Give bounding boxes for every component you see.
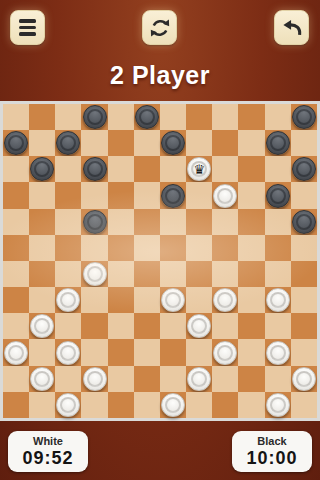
board-square[interactable]: [265, 392, 291, 418]
board-square[interactable]: [265, 209, 291, 235]
white-man[interactable]: [56, 393, 80, 417]
board-square[interactable]: [160, 182, 186, 208]
board-square[interactable]: [134, 104, 160, 130]
board-square[interactable]: [186, 313, 212, 339]
white-man[interactable]: [56, 341, 80, 365]
board-square[interactable]: [160, 209, 186, 235]
board-square[interactable]: [29, 366, 55, 392]
board-square[interactable]: [291, 313, 317, 339]
board-square[interactable]: [81, 339, 107, 365]
black-clock-time: 10:00: [232, 448, 312, 469]
board-square[interactable]: [265, 261, 291, 287]
board-square[interactable]: [212, 366, 238, 392]
board-square[interactable]: [3, 235, 29, 261]
board-square[interactable]: [186, 104, 212, 130]
board-square[interactable]: [3, 392, 29, 418]
board-square[interactable]: [212, 235, 238, 261]
board-square[interactable]: [238, 156, 264, 182]
board-square[interactable]: [186, 209, 212, 235]
board-square[interactable]: [134, 392, 160, 418]
board-square[interactable]: [291, 182, 317, 208]
black-man[interactable]: [56, 131, 80, 155]
board: ♛: [3, 104, 317, 418]
board-square[interactable]: [212, 313, 238, 339]
board-square[interactable]: [3, 130, 29, 156]
board-square[interactable]: [81, 235, 107, 261]
board-square[interactable]: [108, 366, 134, 392]
black-man[interactable]: [135, 105, 159, 129]
board-square[interactable]: [55, 366, 81, 392]
white-man[interactable]: [56, 288, 80, 312]
board-square[interactable]: [29, 261, 55, 287]
board-square[interactable]: [55, 235, 81, 261]
undo-arrow-icon: [281, 17, 303, 39]
board-square[interactable]: [81, 156, 107, 182]
black-man[interactable]: [292, 157, 316, 181]
board-square[interactable]: [238, 261, 264, 287]
board-square[interactable]: [291, 366, 317, 392]
board-square[interactable]: [212, 104, 238, 130]
board-square[interactable]: [265, 339, 291, 365]
board-square[interactable]: [291, 156, 317, 182]
board-square[interactable]: [108, 339, 134, 365]
restart-button[interactable]: [142, 10, 177, 45]
black-man[interactable]: [30, 157, 54, 181]
board-square[interactable]: [3, 182, 29, 208]
board-square[interactable]: [81, 104, 107, 130]
board-square[interactable]: [238, 182, 264, 208]
menu-button[interactable]: [10, 10, 45, 45]
board-square[interactable]: [238, 104, 264, 130]
board-square[interactable]: [81, 130, 107, 156]
board-square[interactable]: [186, 182, 212, 208]
white-man[interactable]: [30, 367, 54, 391]
board-square[interactable]: [29, 130, 55, 156]
board-square[interactable]: [265, 130, 291, 156]
board-square[interactable]: [160, 156, 186, 182]
board-square[interactable]: [291, 235, 317, 261]
board-square[interactable]: [186, 366, 212, 392]
board-square[interactable]: [160, 130, 186, 156]
white-man[interactable]: [213, 341, 237, 365]
board-square[interactable]: [160, 235, 186, 261]
board-square[interactable]: [81, 287, 107, 313]
board-square[interactable]: [3, 339, 29, 365]
board-square[interactable]: [29, 104, 55, 130]
black-man[interactable]: [161, 131, 185, 155]
board-square[interactable]: [160, 392, 186, 418]
board-square[interactable]: [212, 287, 238, 313]
white-man[interactable]: [161, 288, 185, 312]
board-square[interactable]: [55, 130, 81, 156]
board-square[interactable]: [238, 366, 264, 392]
board-square[interactable]: ♛: [186, 156, 212, 182]
board-square[interactable]: [160, 104, 186, 130]
board-square[interactable]: [3, 209, 29, 235]
board-square[interactable]: [134, 261, 160, 287]
refresh-icon: [149, 17, 171, 39]
board-square[interactable]: [291, 392, 317, 418]
board-square[interactable]: [238, 339, 264, 365]
board-square[interactable]: [55, 209, 81, 235]
king-crown-icon: ♛: [193, 163, 205, 176]
board-square[interactable]: [3, 366, 29, 392]
board-square[interactable]: [291, 287, 317, 313]
board-square[interactable]: [212, 156, 238, 182]
board-square[interactable]: [160, 339, 186, 365]
board-square[interactable]: [186, 130, 212, 156]
board-square[interactable]: [212, 130, 238, 156]
board-square[interactable]: [238, 130, 264, 156]
board-square[interactable]: [291, 261, 317, 287]
board-square[interactable]: [160, 261, 186, 287]
board-square[interactable]: [134, 366, 160, 392]
board-square[interactable]: [108, 209, 134, 235]
board-square[interactable]: [134, 182, 160, 208]
board-square[interactable]: [160, 313, 186, 339]
white-man[interactable]: [30, 314, 54, 338]
board-square[interactable]: [81, 182, 107, 208]
board-square[interactable]: [108, 130, 134, 156]
board-square[interactable]: [29, 392, 55, 418]
board-square[interactable]: [29, 209, 55, 235]
board-square[interactable]: [55, 156, 81, 182]
board-square[interactable]: [29, 339, 55, 365]
board-square[interactable]: [212, 209, 238, 235]
white-man[interactable]: [266, 393, 290, 417]
board-square[interactable]: [3, 104, 29, 130]
board-square[interactable]: [160, 287, 186, 313]
board-square[interactable]: [55, 313, 81, 339]
board-square[interactable]: [134, 313, 160, 339]
board-square[interactable]: [29, 313, 55, 339]
board-square[interactable]: [238, 313, 264, 339]
black-man[interactable]: [292, 105, 316, 129]
black-clock-label: Black: [232, 435, 312, 447]
white-man[interactable]: [266, 341, 290, 365]
board-square[interactable]: [108, 287, 134, 313]
white-man[interactable]: [83, 262, 107, 286]
board-square[interactable]: [81, 209, 107, 235]
white-clock: White 09:52: [8, 431, 88, 472]
board-square[interactable]: [108, 182, 134, 208]
board-frame: ♛: [0, 101, 320, 421]
board-square[interactable]: [265, 366, 291, 392]
board-square[interactable]: [265, 235, 291, 261]
board-square[interactable]: [81, 392, 107, 418]
board-square[interactable]: [186, 392, 212, 418]
black-man[interactable]: [161, 184, 185, 208]
board-square[interactable]: [29, 182, 55, 208]
board-square[interactable]: [291, 339, 317, 365]
board-square[interactable]: [134, 209, 160, 235]
board-square[interactable]: [134, 156, 160, 182]
board-square[interactable]: [265, 104, 291, 130]
board-square[interactable]: [3, 261, 29, 287]
board-square[interactable]: [265, 182, 291, 208]
white-man[interactable]: [161, 393, 185, 417]
white-man[interactable]: [83, 367, 107, 391]
board-square[interactable]: [108, 156, 134, 182]
white-king[interactable]: ♛: [187, 157, 211, 181]
white-man[interactable]: [187, 367, 211, 391]
white-man[interactable]: [292, 367, 316, 391]
board-square[interactable]: [212, 261, 238, 287]
white-man[interactable]: [213, 184, 237, 208]
black-man[interactable]: [266, 131, 290, 155]
board-square[interactable]: [134, 130, 160, 156]
undo-button[interactable]: [274, 10, 309, 45]
board-square[interactable]: [3, 287, 29, 313]
board-square[interactable]: [265, 156, 291, 182]
white-clock-label: White: [8, 435, 88, 447]
black-man[interactable]: [83, 105, 107, 129]
board-square[interactable]: [3, 156, 29, 182]
white-man[interactable]: [187, 314, 211, 338]
board-square[interactable]: [291, 104, 317, 130]
board-square[interactable]: [108, 392, 134, 418]
board-square[interactable]: [108, 104, 134, 130]
board-square[interactable]: [160, 366, 186, 392]
board-square[interactable]: [238, 235, 264, 261]
board-square[interactable]: [265, 287, 291, 313]
board-square[interactable]: [238, 392, 264, 418]
board-square[interactable]: [212, 339, 238, 365]
board-square[interactable]: [29, 235, 55, 261]
board-square[interactable]: [108, 261, 134, 287]
board-square[interactable]: [55, 392, 81, 418]
white-man[interactable]: [4, 341, 28, 365]
black-clock: Black 10:00: [232, 431, 312, 472]
board-square[interactable]: [55, 261, 81, 287]
board-square[interactable]: [108, 313, 134, 339]
board-square[interactable]: [291, 130, 317, 156]
board-square[interactable]: [55, 182, 81, 208]
board-square[interactable]: [238, 287, 264, 313]
white-man[interactable]: [213, 288, 237, 312]
board-square[interactable]: [81, 313, 107, 339]
hamburger-icon: [19, 19, 36, 35]
board-square[interactable]: [238, 209, 264, 235]
board-square[interactable]: [81, 366, 107, 392]
board-square[interactable]: [186, 261, 212, 287]
board-square[interactable]: [3, 313, 29, 339]
board-square[interactable]: [291, 209, 317, 235]
white-man[interactable]: [266, 288, 290, 312]
black-man[interactable]: [83, 157, 107, 181]
black-man[interactable]: [266, 184, 290, 208]
board-square[interactable]: [81, 261, 107, 287]
board-square[interactable]: [55, 287, 81, 313]
board-square[interactable]: [212, 392, 238, 418]
board-square[interactable]: [212, 182, 238, 208]
board-square[interactable]: [265, 313, 291, 339]
board-square[interactable]: [29, 156, 55, 182]
black-man[interactable]: [83, 210, 107, 234]
board-square[interactable]: [134, 287, 160, 313]
board-square[interactable]: [186, 235, 212, 261]
board-square[interactable]: [186, 287, 212, 313]
black-man[interactable]: [4, 131, 28, 155]
black-man[interactable]: [292, 210, 316, 234]
white-clock-time: 09:52: [8, 448, 88, 469]
board-square[interactable]: [134, 235, 160, 261]
board-square[interactable]: [55, 104, 81, 130]
board-square[interactable]: [29, 287, 55, 313]
board-square[interactable]: [55, 339, 81, 365]
board-square[interactable]: [186, 339, 212, 365]
board-square[interactable]: [134, 339, 160, 365]
board-square[interactable]: [108, 235, 134, 261]
page-title: 2 Player: [0, 61, 320, 90]
